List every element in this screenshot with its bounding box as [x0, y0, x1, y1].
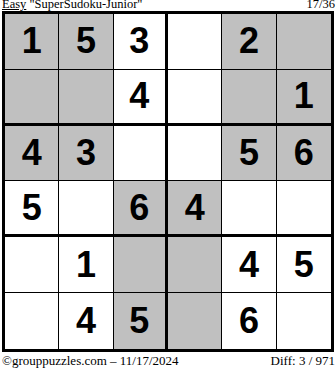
cell-r1c4[interactable]	[168, 14, 222, 70]
sudoku-grid: 1532414356564145456	[2, 11, 334, 352]
cell-r5c5: 4	[222, 237, 276, 293]
cell-r5c1[interactable]	[5, 237, 59, 293]
cell-r4c3: 6	[114, 181, 168, 237]
cell-r2c3: 4	[114, 70, 168, 126]
cell-r5c2: 1	[59, 237, 113, 293]
difficulty-stat: Diff: 3 / 971	[271, 354, 335, 368]
cell-r4c6[interactable]	[277, 181, 331, 237]
cell-r3c2: 3	[59, 126, 113, 182]
cell-r4c4: 4	[168, 181, 222, 237]
cell-r5c4[interactable]	[168, 237, 222, 293]
credit-line: ©grouppuzzles.com – 11/17/2024	[2, 354, 179, 368]
cell-r5c6: 5	[277, 237, 331, 293]
cell-r2c4[interactable]	[168, 70, 222, 126]
cell-r6c4[interactable]	[168, 293, 222, 349]
difficulty-label: Easy	[2, 0, 26, 11]
cell-r4c2[interactable]	[59, 181, 113, 237]
cell-r3c6: 6	[277, 126, 331, 182]
footer: ©grouppuzzles.com – 11/17/2024 Diff: 3 /…	[2, 353, 335, 368]
cell-r4c1: 5	[5, 181, 59, 237]
cell-r3c3[interactable]	[114, 126, 168, 182]
cell-r5c3[interactable]	[114, 237, 168, 293]
cell-r1c1: 1	[5, 14, 59, 70]
cell-r1c3: 3	[114, 14, 168, 70]
givens-counter: 17/36	[307, 0, 335, 11]
cell-r6c6[interactable]	[277, 293, 331, 349]
cell-r3c1: 4	[5, 126, 59, 182]
cell-r2c2[interactable]	[59, 70, 113, 126]
cell-r6c5: 6	[222, 293, 276, 349]
cell-r6c2: 4	[59, 293, 113, 349]
header: Easy "SuperSudoku-Junior" 17/36	[2, 0, 335, 11]
cell-r1c2: 5	[59, 14, 113, 70]
cell-r2c6: 1	[277, 70, 331, 126]
cell-r2c5[interactable]	[222, 70, 276, 126]
cell-r4c5[interactable]	[222, 181, 276, 237]
cell-r6c1[interactable]	[5, 293, 59, 349]
puzzle-name: "SuperSudoku-Junior"	[26, 0, 142, 11]
cell-r2c1[interactable]	[5, 70, 59, 126]
cell-r1c6[interactable]	[277, 14, 331, 70]
cell-r1c5: 2	[222, 14, 276, 70]
cell-r3c4[interactable]	[168, 126, 222, 182]
puzzle-title: Easy "SuperSudoku-Junior"	[2, 0, 142, 11]
cell-r6c3: 5	[114, 293, 168, 349]
cell-r3c5: 5	[222, 126, 276, 182]
